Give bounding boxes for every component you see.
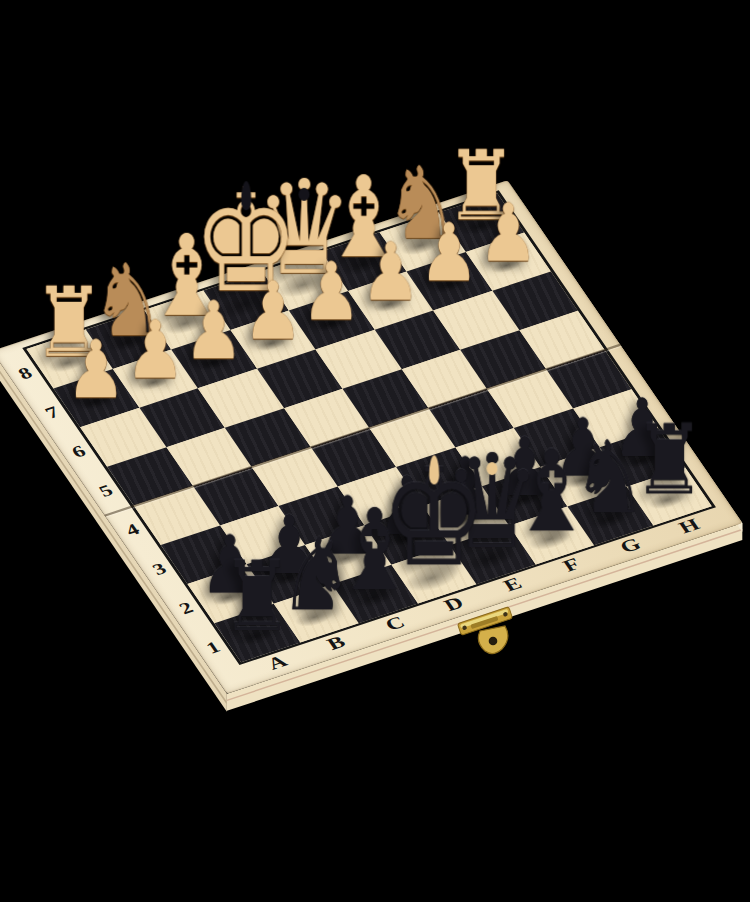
piece-glyph: ♟ <box>125 311 185 391</box>
piece-glyph: ♟ <box>301 252 361 332</box>
brass-clasp-hook <box>478 626 508 654</box>
product-photo-background: 87654321ABCDEFGH ♜♞♝♛♚♝♞♜♟♟♟♟♟♟♟♟♟♟♟♟♟♟♟… <box>0 0 750 902</box>
piece-glyph: ♜ <box>221 549 293 645</box>
piece-glyph: ♟ <box>478 194 538 274</box>
piece-glyph: ♟ <box>360 233 420 313</box>
white-queen-finial <box>299 188 310 201</box>
piece-glyph: ♟ <box>66 330 126 410</box>
white-king-finial <box>241 182 251 210</box>
piece-glyph: ♟ <box>243 272 303 352</box>
piece-glyph: ♟ <box>419 213 479 293</box>
black-king-finial <box>429 456 439 484</box>
black-queen-finial <box>487 462 498 475</box>
piece-glyph: ♟ <box>184 291 244 371</box>
